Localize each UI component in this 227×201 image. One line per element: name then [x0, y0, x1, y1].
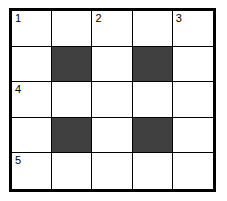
- grid-cell[interactable]: [133, 153, 173, 189]
- grid-cell[interactable]: 3: [173, 11, 213, 47]
- grid-cell[interactable]: [92, 153, 132, 189]
- blocked-cell: [133, 47, 173, 83]
- grid-cell[interactable]: [52, 153, 92, 189]
- clue-number: 4: [15, 83, 21, 95]
- grid-cell[interactable]: [52, 82, 92, 118]
- grid-cell[interactable]: 5: [12, 153, 52, 189]
- grid-cell[interactable]: [92, 118, 132, 154]
- clue-number: 1: [15, 12, 21, 24]
- grid-cell[interactable]: [92, 82, 132, 118]
- crossword-grid: 12345: [9, 8, 216, 192]
- blocked-cell: [133, 118, 173, 154]
- grid-cell[interactable]: [12, 118, 52, 154]
- grid-cell[interactable]: 2: [92, 11, 132, 47]
- grid-cell[interactable]: [173, 82, 213, 118]
- grid-cell[interactable]: 1: [12, 11, 52, 47]
- grid-cell[interactable]: [133, 11, 173, 47]
- grid-cell[interactable]: [173, 153, 213, 189]
- grid-cell[interactable]: [52, 11, 92, 47]
- clue-number: 5: [15, 154, 21, 166]
- grid-cell[interactable]: [12, 47, 52, 83]
- grid-cell[interactable]: [173, 47, 213, 83]
- clue-number: 2: [95, 12, 101, 24]
- grid-cell[interactable]: [92, 47, 132, 83]
- grid-cell[interactable]: [133, 82, 173, 118]
- clue-number: 3: [176, 12, 182, 24]
- grid-cell[interactable]: [173, 118, 213, 154]
- blocked-cell: [52, 47, 92, 83]
- grid-cell[interactable]: 4: [12, 82, 52, 118]
- blocked-cell: [52, 118, 92, 154]
